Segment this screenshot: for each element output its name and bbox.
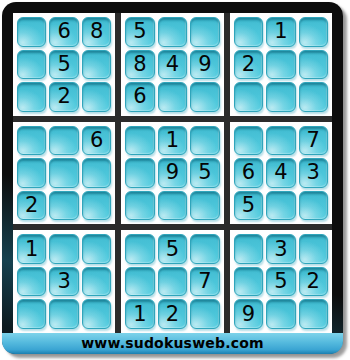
sudoku-cell[interactable]: 9 <box>190 50 219 80</box>
sudoku-cell[interactable]: 8 <box>125 50 154 80</box>
sudoku-cell[interactable] <box>17 299 46 329</box>
sudoku-cell[interactable] <box>299 191 328 221</box>
sudoku-cell[interactable]: 2 <box>49 82 78 112</box>
sudoku-cell[interactable]: 5 <box>49 50 78 80</box>
sudoku-cell[interactable]: 1 <box>125 299 154 329</box>
sudoku-box: 5712 <box>121 230 223 333</box>
sudoku-cell[interactable] <box>125 191 154 221</box>
sudoku-cell[interactable] <box>299 299 328 329</box>
sudoku-cell[interactable] <box>190 299 219 329</box>
sudoku-cell[interactable]: 3 <box>266 234 295 264</box>
sudoku-cell[interactable] <box>158 82 187 112</box>
board-frame: 6852 58496 12 62 195 76435 13 5712 3529 … <box>2 2 343 354</box>
sudoku-cell[interactable]: 2 <box>17 191 46 221</box>
sudoku-cell[interactable] <box>299 17 328 47</box>
sudoku-cell[interactable]: 1 <box>17 234 46 264</box>
sudoku-cell[interactable] <box>234 82 263 112</box>
sudoku-cell[interactable]: 6 <box>49 17 78 47</box>
sudoku-cell[interactable] <box>82 82 111 112</box>
sudoku-cell[interactable] <box>190 191 219 221</box>
sudoku-cell[interactable] <box>82 191 111 221</box>
sudoku-cell[interactable] <box>82 158 111 188</box>
sudoku-cell[interactable]: 5 <box>234 191 263 221</box>
sudoku-cell[interactable]: 4 <box>158 50 187 80</box>
sudoku-cell[interactable] <box>82 299 111 329</box>
sudoku-cell[interactable] <box>158 17 187 47</box>
sudoku-grid: 6852 58496 12 62 195 76435 13 5712 3529 <box>13 13 332 333</box>
sudoku-cell[interactable]: 9 <box>234 299 263 329</box>
sudoku-cell[interactable]: 9 <box>158 158 187 188</box>
sudoku-box: 58496 <box>121 13 223 116</box>
sudoku-cell[interactable]: 1 <box>158 126 187 156</box>
footer-band: www.sudokusweb.com <box>2 333 343 354</box>
sudoku-cell[interactable]: 6 <box>234 158 263 188</box>
sudoku-cell[interactable] <box>125 158 154 188</box>
sudoku-box: 6852 <box>13 13 115 116</box>
sudoku-cell[interactable] <box>125 126 154 156</box>
sudoku-cell[interactable] <box>158 267 187 297</box>
sudoku-cell[interactable]: 5 <box>266 267 295 297</box>
sudoku-cell[interactable] <box>190 234 219 264</box>
sudoku-cell[interactable] <box>299 82 328 112</box>
sudoku-cell[interactable]: 4 <box>266 158 295 188</box>
sudoku-box: 13 <box>13 230 115 333</box>
sudoku-cell[interactable]: 2 <box>299 267 328 297</box>
sudoku-cell[interactable] <box>125 234 154 264</box>
sudoku-cell[interactable] <box>49 126 78 156</box>
sudoku-cell[interactable] <box>49 158 78 188</box>
sudoku-cell[interactable] <box>17 158 46 188</box>
sudoku-cell[interactable] <box>82 50 111 80</box>
sudoku-cell[interactable]: 5 <box>190 158 219 188</box>
sudoku-cell[interactable]: 5 <box>125 17 154 47</box>
sudoku-cell[interactable] <box>17 50 46 80</box>
sudoku-cell[interactable] <box>299 50 328 80</box>
sudoku-cell[interactable] <box>49 191 78 221</box>
sudoku-cell[interactable] <box>190 82 219 112</box>
sudoku-cell[interactable] <box>234 267 263 297</box>
page: 6852 58496 12 62 195 76435 13 5712 3529 … <box>0 0 350 360</box>
sudoku-cell[interactable] <box>17 267 46 297</box>
sudoku-cell[interactable]: 3 <box>299 158 328 188</box>
sudoku-box: 62 <box>13 122 115 225</box>
sudoku-cell[interactable] <box>266 82 295 112</box>
sudoku-cell[interactable] <box>49 299 78 329</box>
sudoku-cell[interactable] <box>17 82 46 112</box>
sudoku-cell[interactable] <box>266 191 295 221</box>
sudoku-cell[interactable]: 6 <box>125 82 154 112</box>
sudoku-cell[interactable]: 7 <box>299 126 328 156</box>
sudoku-cell[interactable]: 6 <box>82 126 111 156</box>
sudoku-cell[interactable] <box>190 17 219 47</box>
sudoku-cell[interactable]: 3 <box>49 267 78 297</box>
sudoku-cell[interactable] <box>17 126 46 156</box>
sudoku-cell[interactable]: 5 <box>158 234 187 264</box>
sudoku-cell[interactable] <box>266 50 295 80</box>
sudoku-cell[interactable] <box>266 126 295 156</box>
sudoku-cell[interactable] <box>299 234 328 264</box>
sudoku-cell[interactable] <box>82 234 111 264</box>
sudoku-cell[interactable]: 7 <box>190 267 219 297</box>
sudoku-box: 195 <box>121 122 223 225</box>
sudoku-cell[interactable] <box>234 234 263 264</box>
sudoku-cell[interactable]: 8 <box>82 17 111 47</box>
sudoku-cell[interactable] <box>158 191 187 221</box>
sudoku-cell[interactable]: 1 <box>266 17 295 47</box>
sudoku-cell[interactable] <box>234 126 263 156</box>
sudoku-cell[interactable] <box>234 17 263 47</box>
sudoku-cell[interactable]: 2 <box>234 50 263 80</box>
sudoku-cell[interactable] <box>266 299 295 329</box>
sudoku-cell[interactable] <box>17 17 46 47</box>
sudoku-box: 3529 <box>230 230 332 333</box>
sudoku-cell[interactable] <box>125 267 154 297</box>
sudoku-cell[interactable] <box>190 126 219 156</box>
sudoku-box: 76435 <box>230 122 332 225</box>
sudoku-cell[interactable] <box>82 267 111 297</box>
sudoku-cell[interactable] <box>49 234 78 264</box>
sudoku-box: 12 <box>230 13 332 116</box>
sudoku-cell[interactable]: 2 <box>158 299 187 329</box>
site-url[interactable]: www.sudokusweb.com <box>81 335 264 351</box>
